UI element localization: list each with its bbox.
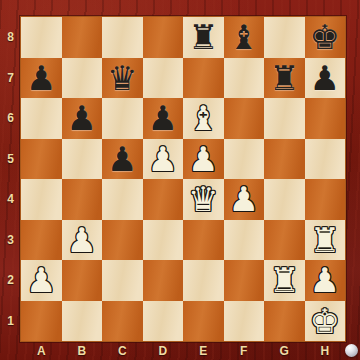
square-a5[interactable]: [21, 139, 62, 180]
rank-label-7: 7: [0, 58, 21, 99]
square-c8[interactable]: [102, 17, 143, 58]
square-d2[interactable]: [143, 260, 184, 301]
square-d4[interactable]: [143, 179, 184, 220]
file-label-d: D: [143, 341, 184, 360]
file-label-e: E: [183, 341, 224, 360]
square-a6[interactable]: [21, 98, 62, 139]
square-a2[interactable]: ♟: [21, 260, 62, 301]
black-king[interactable]: ♚: [305, 17, 346, 58]
black-pawn[interactable]: ♟: [305, 58, 346, 99]
square-e5[interactable]: ♟: [183, 139, 224, 180]
square-f8[interactable]: ♝: [224, 17, 265, 58]
square-g7[interactable]: ♜: [264, 58, 305, 99]
square-f4[interactable]: ♟: [224, 179, 265, 220]
pearl-ball-icon: [345, 344, 358, 357]
file-label-a: A: [21, 341, 62, 360]
rank-label-3: 3: [0, 220, 21, 261]
white-pawn[interactable]: ♟: [21, 260, 62, 301]
square-a1[interactable]: [21, 301, 62, 342]
square-d1[interactable]: [143, 301, 184, 342]
square-h4[interactable]: [305, 179, 346, 220]
white-queen[interactable]: ♛: [183, 179, 224, 220]
rank-label-8: 8: [0, 17, 21, 58]
black-rook[interactable]: ♜: [183, 17, 224, 58]
square-f7[interactable]: [224, 58, 265, 99]
square-b7[interactable]: [62, 58, 103, 99]
square-f6[interactable]: [224, 98, 265, 139]
square-h2[interactable]: ♟: [305, 260, 346, 301]
file-label-f: F: [224, 341, 265, 360]
square-b5[interactable]: [62, 139, 103, 180]
square-a8[interactable]: [21, 17, 62, 58]
square-g6[interactable]: [264, 98, 305, 139]
black-pawn[interactable]: ♟: [143, 98, 184, 139]
square-b4[interactable]: [62, 179, 103, 220]
square-d6[interactable]: ♟: [143, 98, 184, 139]
square-h6[interactable]: [305, 98, 346, 139]
rank-label-6: 6: [0, 98, 21, 139]
square-e3[interactable]: [183, 220, 224, 261]
rank-label-5: 5: [0, 139, 21, 180]
square-f2[interactable]: [224, 260, 265, 301]
square-f5[interactable]: [224, 139, 265, 180]
chess-board: ♜♝♚♟♛♜♟♟♟♝♟♟♟♛♟♟♜♟♜♟♚: [21, 17, 345, 341]
square-c4[interactable]: [102, 179, 143, 220]
square-c6[interactable]: [102, 98, 143, 139]
black-pawn[interactable]: ♟: [21, 58, 62, 99]
file-label-c: C: [102, 341, 143, 360]
square-e6[interactable]: ♝: [183, 98, 224, 139]
white-rook[interactable]: ♜: [305, 220, 346, 261]
rank-label-2: 2: [0, 260, 21, 301]
rank-label-1: 1: [0, 301, 21, 342]
square-b3[interactable]: ♟: [62, 220, 103, 261]
square-h7[interactable]: ♟: [305, 58, 346, 99]
square-f3[interactable]: [224, 220, 265, 261]
square-e8[interactable]: ♜: [183, 17, 224, 58]
square-a3[interactable]: [21, 220, 62, 261]
file-labels: ABCDEFGH: [21, 341, 345, 360]
square-g3[interactable]: [264, 220, 305, 261]
square-g8[interactable]: [264, 17, 305, 58]
black-pawn[interactable]: ♟: [102, 139, 143, 180]
square-d8[interactable]: [143, 17, 184, 58]
file-label-g: G: [264, 341, 305, 360]
white-pawn[interactable]: ♟: [62, 220, 103, 261]
white-pawn[interactable]: ♟: [224, 179, 265, 220]
black-bishop[interactable]: ♝: [224, 17, 265, 58]
square-h8[interactable]: ♚: [305, 17, 346, 58]
white-bishop[interactable]: ♝: [183, 98, 224, 139]
square-b8[interactable]: [62, 17, 103, 58]
white-king[interactable]: ♚: [305, 301, 346, 342]
rank-label-4: 4: [0, 179, 21, 220]
square-c3[interactable]: [102, 220, 143, 261]
file-label-b: B: [62, 341, 103, 360]
black-rook[interactable]: ♜: [264, 58, 305, 99]
file-label-h: H: [305, 341, 346, 360]
black-pawn[interactable]: ♟: [62, 98, 103, 139]
square-a7[interactable]: ♟: [21, 58, 62, 99]
square-d7[interactable]: [143, 58, 184, 99]
square-g1[interactable]: [264, 301, 305, 342]
square-d3[interactable]: [143, 220, 184, 261]
white-pawn[interactable]: ♟: [183, 139, 224, 180]
rank-labels: 87654321: [0, 17, 21, 341]
square-e7[interactable]: [183, 58, 224, 99]
square-b1[interactable]: [62, 301, 103, 342]
square-d5[interactable]: ♟: [143, 139, 184, 180]
square-c1[interactable]: [102, 301, 143, 342]
square-g4[interactable]: [264, 179, 305, 220]
white-rook[interactable]: ♜: [264, 260, 305, 301]
square-h1[interactable]: ♚: [305, 301, 346, 342]
white-pawn[interactable]: ♟: [305, 260, 346, 301]
square-e2[interactable]: [183, 260, 224, 301]
square-g2[interactable]: ♜: [264, 260, 305, 301]
square-e4[interactable]: ♛: [183, 179, 224, 220]
square-h5[interactable]: [305, 139, 346, 180]
square-c5[interactable]: ♟: [102, 139, 143, 180]
chessboard-frame: 87654321 ♜♝♚♟♛♜♟♟♟♝♟♟♟♛♟♟♜♟♜♟♚ ABCDEFGH: [0, 0, 360, 360]
square-b6[interactable]: ♟: [62, 98, 103, 139]
white-pawn[interactable]: ♟: [143, 139, 184, 180]
square-a4[interactable]: [21, 179, 62, 220]
square-e1[interactable]: [183, 301, 224, 342]
black-queen[interactable]: ♛: [102, 58, 143, 99]
square-h3[interactable]: ♜: [305, 220, 346, 261]
square-c2[interactable]: [102, 260, 143, 301]
square-g5[interactable]: [264, 139, 305, 180]
square-f1[interactable]: [224, 301, 265, 342]
square-b2[interactable]: [62, 260, 103, 301]
square-c7[interactable]: ♛: [102, 58, 143, 99]
